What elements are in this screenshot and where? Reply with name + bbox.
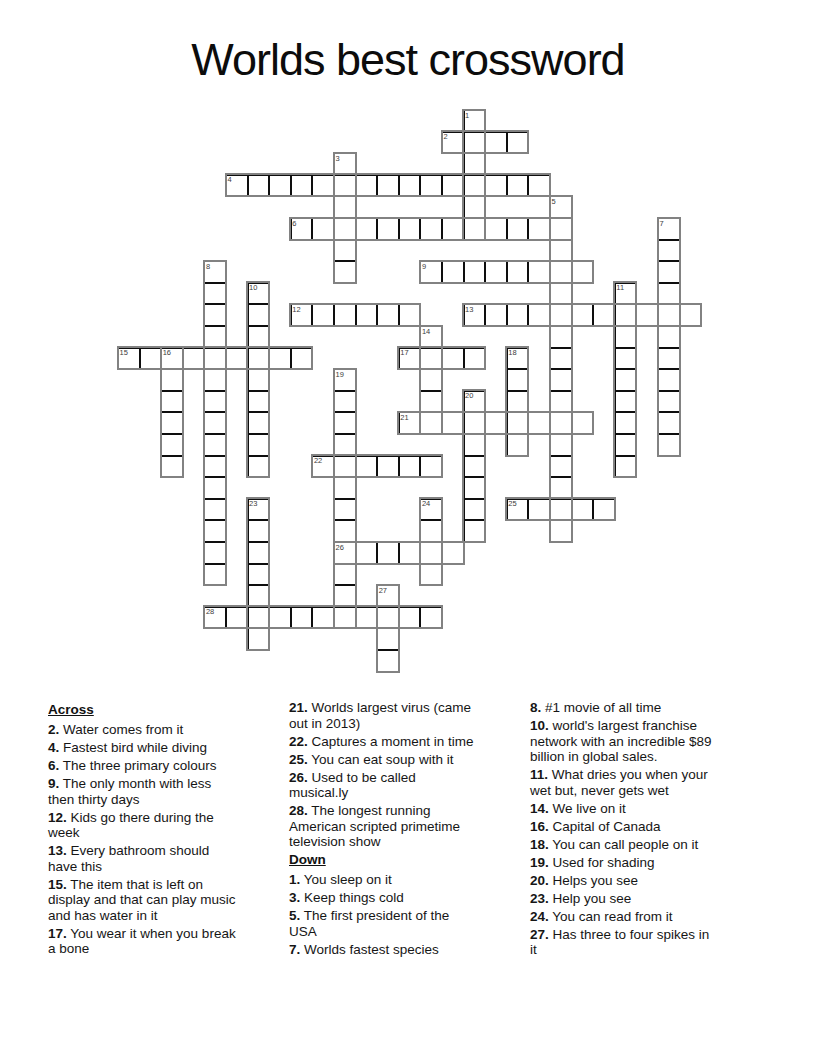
clue-number-14: 14.: [530, 801, 549, 816]
cell-r23-c9[interactable]: [311, 606, 335, 630]
cell-number-18: 18: [508, 349, 516, 357]
cell-r5-c18[interactable]: [506, 217, 530, 241]
clue-25: 25. You can eat soup with it: [289, 752, 527, 768]
clue-number-16: 16.: [530, 819, 549, 834]
cell-number-20: 20: [465, 392, 473, 400]
cell-r14-c15[interactable]: [441, 411, 465, 435]
cell-r13-c6[interactable]: [247, 390, 271, 414]
cell-r2-c16[interactable]: [463, 152, 487, 176]
cell-r9-c9[interactable]: [311, 303, 335, 327]
clue-14: 14. We live on it: [530, 801, 768, 817]
cell-r23-c6[interactable]: [247, 606, 271, 630]
cell-number-11: 11: [616, 284, 624, 292]
cell-r11-c23[interactable]: [614, 347, 638, 371]
cell-r18-c21[interactable]: [571, 498, 595, 522]
cell-r12-c25[interactable]: [657, 368, 681, 392]
clue-6: 6. The three primary colours: [48, 758, 286, 774]
clues-header-across: Across: [48, 702, 286, 717]
cell-r3-c9[interactable]: [311, 174, 335, 198]
cell-r10-c6[interactable]: [247, 325, 271, 349]
clue-16: 16. Capital of Canada: [530, 819, 768, 835]
cell-r17-c20[interactable]: [549, 476, 573, 500]
cell-number-23: 23: [249, 500, 257, 508]
clue-number-28: 28.: [289, 803, 308, 818]
cell-r11-c7[interactable]: [268, 347, 292, 371]
cell-r9-c12[interactable]: [376, 303, 400, 327]
cell-r19-c20[interactable]: [549, 519, 573, 543]
cell-r19-c10[interactable]: [333, 519, 357, 543]
cell-r9-c20[interactable]: [549, 303, 573, 327]
cell-r7-c18[interactable]: [506, 260, 530, 284]
cell-r20-c6[interactable]: [247, 541, 271, 565]
cell-r16-c2[interactable]: [160, 455, 184, 479]
cell-r21-c6[interactable]: [247, 563, 271, 587]
cell-r11-c15[interactable]: [441, 347, 465, 371]
cell-number-27: 27: [379, 587, 387, 595]
cell-r6-c20[interactable]: [549, 239, 573, 263]
cell-r8-c4[interactable]: [203, 282, 227, 306]
cell-r16-c4[interactable]: [203, 455, 227, 479]
clue-number-9: 9.: [48, 776, 59, 791]
cell-r15-c18[interactable]: [506, 433, 530, 457]
cell-number-6: 6: [292, 220, 296, 228]
cell-r18-c22[interactable]: [592, 498, 616, 522]
cell-r1-c18[interactable]: [506, 131, 530, 155]
cell-number-12: 12: [292, 306, 300, 314]
cell-r9-c10[interactable]: [333, 303, 357, 327]
cell-r15-c25[interactable]: [657, 433, 681, 457]
cell-r23-c7[interactable]: [268, 606, 292, 630]
cell-r5-c14[interactable]: [419, 217, 443, 241]
cell-r15-c20[interactable]: [549, 433, 573, 457]
clue-19: 19. Used for shading: [530, 855, 768, 871]
cell-r7-c21[interactable]: [571, 260, 595, 284]
clue-21: 21. Worlds largest virus (came out in 20…: [289, 700, 527, 731]
cell-r3-c11[interactable]: [355, 174, 379, 198]
cell-number-19: 19: [336, 371, 344, 379]
clue-12: 12. Kids go there during the week: [48, 810, 286, 841]
cell-r7-c17[interactable]: [484, 260, 508, 284]
cell-r3-c15[interactable]: [441, 174, 465, 198]
cell-number-26: 26: [336, 544, 344, 552]
cell-r11-c25[interactable]: [657, 347, 681, 371]
cell-r12-c14[interactable]: [419, 368, 443, 392]
clue-number-27: 27.: [530, 927, 549, 942]
clue-number-2: 2.: [48, 722, 59, 737]
clue-number-15: 15.: [48, 877, 67, 892]
cell-r16-c20[interactable]: [549, 455, 573, 479]
cell-r21-c10[interactable]: [333, 563, 357, 587]
clue-10: 10. world's largest franchise network wi…: [530, 718, 768, 765]
cell-r15-c16[interactable]: [463, 433, 487, 457]
cell-r5-c17[interactable]: [484, 217, 508, 241]
clue-11: 11. What dries you when your wet but, ne…: [530, 767, 768, 798]
page: Worlds best crossword 123456789101112131…: [0, 0, 816, 1056]
cell-r11-c4[interactable]: [203, 347, 227, 371]
clue-28: 28. The longest running American scripte…: [289, 803, 527, 850]
cell-r14-c20[interactable]: [549, 411, 573, 435]
cell-r18-c10[interactable]: [333, 498, 357, 522]
clue-15: 15. The item that is left on display and…: [48, 877, 286, 924]
cell-number-5: 5: [552, 198, 556, 206]
cell-r9-c17[interactable]: [484, 303, 508, 327]
cell-r3-c8[interactable]: [290, 174, 314, 198]
clue-number-20: 20.: [530, 873, 549, 888]
clue-column-down: 8. #1 movie of all time10. world's large…: [530, 700, 768, 960]
cell-r4-c10[interactable]: [333, 195, 357, 219]
clue-number-19: 19.: [530, 855, 549, 870]
cell-r4-c16[interactable]: [463, 195, 487, 219]
cell-number-2: 2: [444, 133, 448, 141]
cell-r14-c10[interactable]: [333, 411, 357, 435]
cell-r12-c23[interactable]: [614, 368, 638, 392]
cell-r9-c11[interactable]: [355, 303, 379, 327]
cell-number-10: 10: [249, 284, 257, 292]
cell-r10-c23[interactable]: [614, 325, 638, 349]
clue-7: 7. Worlds fastest species: [289, 942, 527, 958]
cell-r17-c10[interactable]: [333, 476, 357, 500]
cell-r16-c6[interactable]: [247, 455, 271, 479]
clue-4: 4. Fastest bird while diving: [48, 740, 286, 756]
clue-number-12: 12.: [48, 810, 67, 825]
cell-r22-c6[interactable]: [247, 584, 271, 608]
clue-number-3: 3.: [289, 890, 300, 905]
cell-r18-c20[interactable]: [549, 498, 573, 522]
cell-r19-c14[interactable]: [419, 519, 443, 543]
cell-r10-c4[interactable]: [203, 325, 227, 349]
cell-r23-c14[interactable]: [419, 606, 443, 630]
cell-r7-c19[interactable]: [527, 260, 551, 284]
cell-r11-c8[interactable]: [290, 347, 314, 371]
cell-r20-c4[interactable]: [203, 541, 227, 565]
cell-r17-c4[interactable]: [203, 476, 227, 500]
cell-r3-c7[interactable]: [268, 174, 292, 198]
cell-r9-c18[interactable]: [506, 303, 530, 327]
clue-23: 23. Help you see: [530, 891, 768, 907]
cell-r1-c17[interactable]: [484, 131, 508, 155]
cell-r8-c25[interactable]: [657, 282, 681, 306]
cell-r13-c4[interactable]: [203, 390, 227, 414]
cell-r24-c12[interactable]: [376, 627, 400, 651]
cell-r20-c14[interactable]: [419, 541, 443, 565]
cell-number-28: 28: [206, 608, 214, 616]
clue-13: 13. Every bathroom should have this: [48, 843, 286, 874]
clue-number-13: 13.: [48, 843, 67, 858]
clues-header-down: Down: [289, 852, 527, 867]
cell-r19-c16[interactable]: [463, 519, 487, 543]
cell-r10-c20[interactable]: [549, 325, 573, 349]
cell-r11-c3[interactable]: [182, 347, 206, 371]
clue-column-across: Across2. Water comes from it4. Fastest b…: [48, 700, 286, 959]
cell-r9-c25[interactable]: [657, 303, 681, 327]
clue-22: 22. Captures a moment in time: [289, 734, 527, 750]
cell-r3-c17[interactable]: [484, 174, 508, 198]
cell-r9-c24[interactable]: [635, 303, 659, 327]
cell-r9-c22[interactable]: [592, 303, 616, 327]
cell-r16-c11[interactable]: [355, 455, 379, 479]
cell-r3-c19[interactable]: [527, 174, 551, 198]
cell-number-4: 4: [228, 176, 232, 184]
cell-r12-c20[interactable]: [549, 368, 573, 392]
cell-r14-c17[interactable]: [484, 411, 508, 435]
clue-number-17: 17.: [48, 926, 67, 941]
cell-r14-c25[interactable]: [657, 411, 681, 435]
cell-number-24: 24: [422, 500, 430, 508]
cell-number-17: 17: [400, 349, 408, 357]
cell-r15-c4[interactable]: [203, 433, 227, 457]
cell-r9-c19[interactable]: [527, 303, 551, 327]
cell-r18-c16[interactable]: [463, 498, 487, 522]
cell-r3-c6[interactable]: [247, 174, 271, 198]
cell-r21-c4[interactable]: [203, 563, 227, 587]
cell-r12-c6[interactable]: [247, 368, 271, 392]
clue-5: 5. The first president of the USA: [289, 908, 527, 939]
cell-r13-c10[interactable]: [333, 390, 357, 414]
cell-r5-c12[interactable]: [376, 217, 400, 241]
cell-number-7: 7: [660, 220, 664, 228]
cell-r14-c6[interactable]: [247, 411, 271, 435]
cell-r14-c23[interactable]: [614, 411, 638, 435]
page-title: Worlds best crossword: [0, 34, 816, 86]
clue-number-4: 4.: [48, 740, 59, 755]
cell-r20-c13[interactable]: [398, 541, 422, 565]
cell-r7-c15[interactable]: [441, 260, 465, 284]
cell-r13-c20[interactable]: [549, 390, 573, 414]
cell-r10-c25[interactable]: [657, 325, 681, 349]
cell-r14-c16[interactable]: [463, 411, 487, 435]
clue-number-10: 10.: [530, 718, 549, 733]
cell-r7-c25[interactable]: [657, 260, 681, 284]
cell-r23-c13[interactable]: [398, 606, 422, 630]
cell-r7-c16[interactable]: [463, 260, 487, 284]
cell-r5-c13[interactable]: [398, 217, 422, 241]
cell-r3-c13[interactable]: [398, 174, 422, 198]
cell-r12-c2[interactable]: [160, 368, 184, 392]
cell-r9-c6[interactable]: [247, 303, 271, 327]
cell-r20-c15[interactable]: [441, 541, 465, 565]
cell-r17-c16[interactable]: [463, 476, 487, 500]
cell-r5-c16[interactable]: [463, 217, 487, 241]
clue-number-24: 24.: [530, 909, 549, 924]
cell-r18-c4[interactable]: [203, 498, 227, 522]
cell-r9-c26[interactable]: [679, 303, 703, 327]
cell-r12-c18[interactable]: [506, 368, 530, 392]
clue-24: 24. You can read from it: [530, 909, 768, 925]
clue-column-middle: 21. Worlds largest virus (came out in 20…: [289, 700, 527, 960]
cell-number-21: 21: [400, 414, 408, 422]
cell-number-16: 16: [163, 349, 171, 357]
clue-9: 9. The only month with less then thirty …: [48, 776, 286, 807]
cell-r23-c5[interactable]: [225, 606, 249, 630]
cell-r22-c10[interactable]: [333, 584, 357, 608]
cell-r9-c21[interactable]: [571, 303, 595, 327]
cell-r5-c19[interactable]: [527, 217, 551, 241]
cell-r5-c11[interactable]: [355, 217, 379, 241]
cell-r11-c6[interactable]: [247, 347, 271, 371]
cell-r13-c2[interactable]: [160, 390, 184, 414]
cell-number-8: 8: [206, 263, 210, 271]
clue-number-7: 7.: [289, 942, 300, 957]
cell-r14-c18[interactable]: [506, 411, 530, 435]
clue-number-18: 18.: [530, 837, 549, 852]
clue-number-1: 1.: [289, 872, 300, 887]
clue-1: 1. You sleep on it: [289, 872, 527, 888]
cell-r14-c4[interactable]: [203, 411, 227, 435]
cell-number-3: 3: [336, 155, 340, 163]
cell-r19-c4[interactable]: [203, 519, 227, 543]
cell-r3-c10[interactable]: [333, 174, 357, 198]
clue-20: 20. Helps you see: [530, 873, 768, 889]
clue-number-11: 11.: [530, 767, 548, 782]
clue-27: 27. Has three to four spikes in it: [530, 927, 768, 958]
cell-r13-c14[interactable]: [419, 390, 443, 414]
clue-number-25: 25.: [289, 752, 308, 767]
cell-number-9: 9: [422, 263, 426, 271]
cell-r24-c6[interactable]: [247, 627, 271, 651]
cell-r16-c23[interactable]: [614, 455, 638, 479]
cell-r9-c4[interactable]: [203, 303, 227, 327]
cell-r5-c20[interactable]: [549, 217, 573, 241]
cell-r6-c25[interactable]: [657, 239, 681, 263]
clue-17: 17. You wear it when you break a bone: [48, 926, 286, 957]
cell-r5-c10[interactable]: [333, 217, 357, 241]
cell-number-22: 22: [314, 457, 322, 465]
clue-26: 26. Used to be called musical.ly: [289, 770, 527, 801]
cell-number-13: 13: [465, 306, 473, 314]
cell-r16-c12[interactable]: [376, 455, 400, 479]
cell-r18-c19[interactable]: [527, 498, 551, 522]
cell-r11-c14[interactable]: [419, 347, 443, 371]
clue-number-22: 22.: [289, 734, 308, 749]
clue-number-23: 23.: [530, 891, 549, 906]
cell-r13-c23[interactable]: [614, 390, 638, 414]
clue-2: 2. Water comes from it: [48, 722, 286, 738]
clue-18: 18. You can call people on it: [530, 837, 768, 853]
cell-r13-c18[interactable]: [506, 390, 530, 414]
cell-r23-c10[interactable]: [333, 606, 357, 630]
cell-r11-c5[interactable]: [225, 347, 249, 371]
cell-r1-c16[interactable]: [463, 131, 487, 155]
crossword-grid: 1234567891011121314151617181920212223242…: [117, 109, 703, 673]
clue-number-21: 21.: [289, 700, 308, 715]
cell-r20-c12[interactable]: [376, 541, 400, 565]
cell-r14-c19[interactable]: [527, 411, 551, 435]
cell-r15-c23[interactable]: [614, 433, 638, 457]
cell-r3-c14[interactable]: [419, 174, 443, 198]
clue-3: 3. Keep things cold: [289, 890, 527, 906]
cell-r14-c2[interactable]: [160, 411, 184, 435]
cell-r16-c14[interactable]: [419, 455, 443, 479]
cell-number-15: 15: [120, 349, 128, 357]
cell-r14-c21[interactable]: [571, 411, 595, 435]
cell-r20-c11[interactable]: [355, 541, 379, 565]
cell-r11-c16[interactable]: [463, 347, 487, 371]
clue-number-6: 6.: [48, 758, 59, 773]
clue-8: 8. #1 movie of all time: [530, 700, 768, 716]
cell-number-1: 1: [465, 112, 469, 120]
cell-r23-c11[interactable]: [355, 606, 379, 630]
cell-r16-c13[interactable]: [398, 455, 422, 479]
cell-r15-c2[interactable]: [160, 433, 184, 457]
clue-number-26: 26.: [289, 770, 308, 785]
cell-number-14: 14: [422, 328, 430, 336]
cell-number-25: 25: [508, 500, 516, 508]
cell-r12-c4[interactable]: [203, 368, 227, 392]
cell-r11-c1[interactable]: [139, 347, 163, 371]
cell-r7-c20[interactable]: [549, 260, 573, 284]
cell-r9-c13[interactable]: [398, 303, 422, 327]
cell-r25-c12[interactable]: [376, 649, 400, 673]
cell-r5-c15[interactable]: [441, 217, 465, 241]
clue-number-8: 8.: [530, 700, 541, 715]
cell-r15-c6[interactable]: [247, 433, 271, 457]
cell-r15-c10[interactable]: [333, 433, 357, 457]
cell-r16-c16[interactable]: [463, 455, 487, 479]
cell-r3-c16[interactable]: [463, 174, 487, 198]
cell-r13-c25[interactable]: [657, 390, 681, 414]
cell-r3-c12[interactable]: [376, 174, 400, 198]
cell-r8-c20[interactable]: [549, 282, 573, 306]
cell-r14-c14[interactable]: [419, 411, 443, 435]
cell-r21-c14[interactable]: [419, 563, 443, 587]
cell-r11-c20[interactable]: [549, 347, 573, 371]
clue-number-5: 5.: [289, 908, 300, 923]
cell-r7-c10[interactable]: [333, 260, 357, 284]
cell-r5-c9[interactable]: [311, 217, 335, 241]
cell-r16-c10[interactable]: [333, 455, 357, 479]
cell-r23-c12[interactable]: [376, 606, 400, 630]
cell-r3-c18[interactable]: [506, 174, 530, 198]
cell-r19-c6[interactable]: [247, 519, 271, 543]
cell-r23-c8[interactable]: [290, 606, 314, 630]
cell-r9-c23[interactable]: [614, 303, 638, 327]
